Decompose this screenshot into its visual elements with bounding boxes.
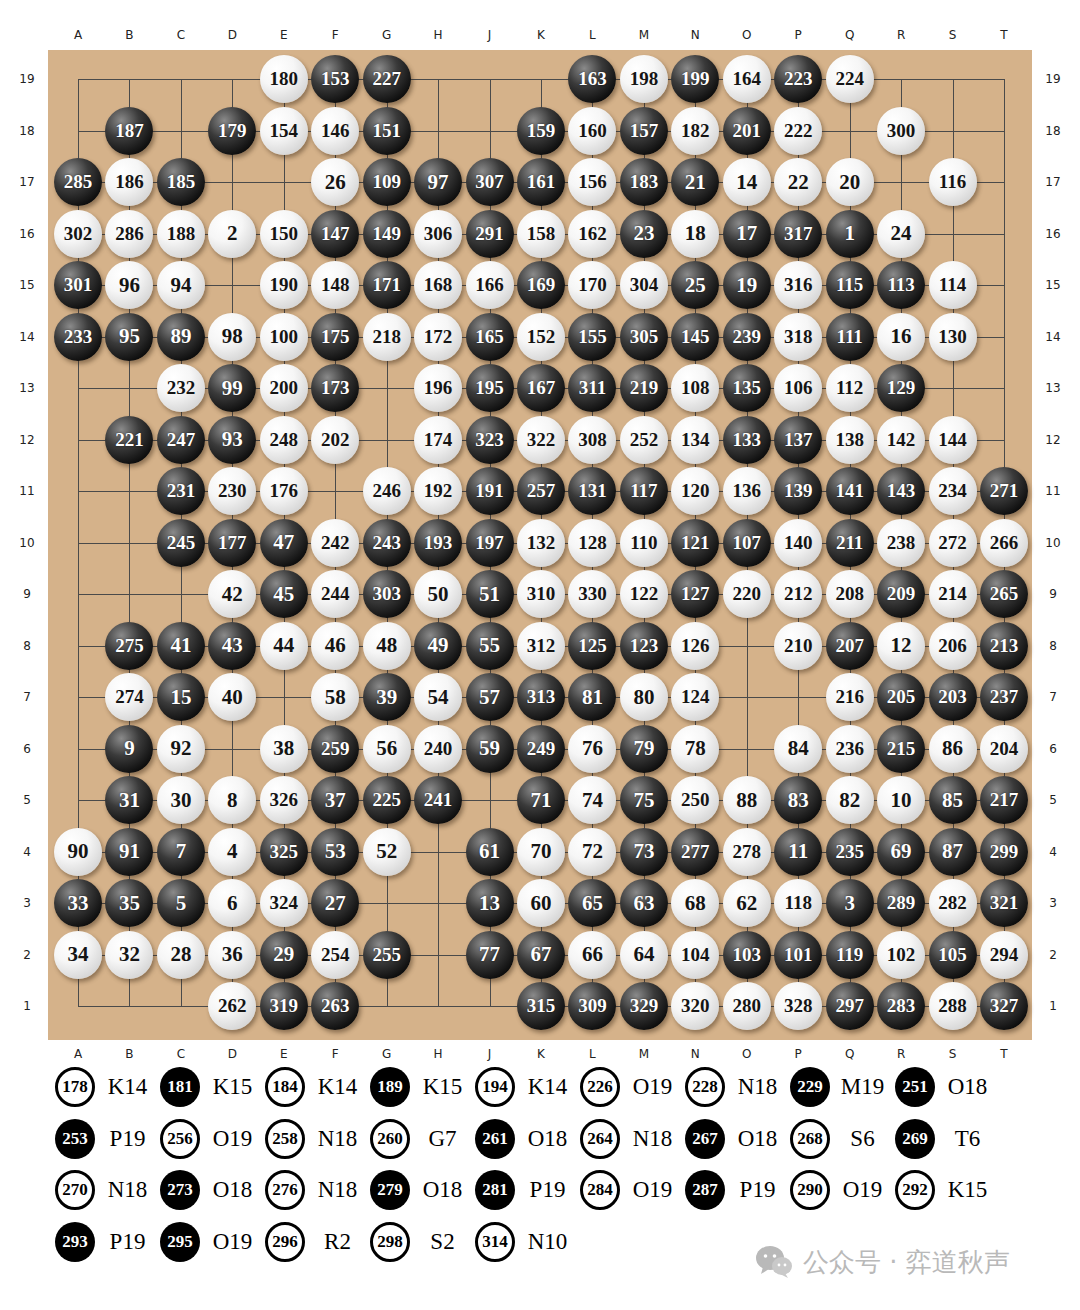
stone-P14: 318 xyxy=(774,313,822,361)
stone-K2: 67 xyxy=(517,931,565,979)
stone-H8: 49 xyxy=(414,622,462,670)
stone-L4: 72 xyxy=(568,828,616,876)
stone-M14: 305 xyxy=(620,313,668,361)
stone-R15: 113 xyxy=(877,261,925,309)
caption-stone-290: 290 xyxy=(790,1170,830,1210)
caption-stone-292: 292 xyxy=(895,1170,935,1210)
col-label-top-F: F xyxy=(323,28,347,42)
stone-P13: 106 xyxy=(774,364,822,412)
row-label-right-12: 12 xyxy=(1041,433,1065,447)
stone-O17: 14 xyxy=(723,158,771,206)
stone-E18: 154 xyxy=(260,107,308,155)
caption-coord-279: O18 xyxy=(410,1177,475,1203)
col-label-bottom-R: R xyxy=(889,1047,913,1061)
col-label-bottom-A: A xyxy=(66,1047,90,1061)
stone-R14: 16 xyxy=(877,313,925,361)
stone-T11: 271 xyxy=(980,467,1028,515)
stone-C14: 89 xyxy=(157,313,205,361)
stone-N19: 199 xyxy=(671,55,719,103)
caption-entry-268: 268S6 xyxy=(790,1117,895,1161)
stone-M2: 64 xyxy=(620,931,668,979)
caption-entry-273: 273O18 xyxy=(160,1168,265,1212)
stone-P4: 11 xyxy=(774,828,822,876)
stone-F4: 53 xyxy=(311,828,359,876)
stone-O1: 280 xyxy=(723,982,771,1030)
stone-D14: 98 xyxy=(208,313,256,361)
stone-A17: 285 xyxy=(54,158,102,206)
stone-H13: 196 xyxy=(414,364,462,412)
stone-C16: 188 xyxy=(157,210,205,258)
stone-E8: 44 xyxy=(260,622,308,670)
grid-cell xyxy=(78,491,129,543)
stone-T4: 299 xyxy=(980,828,1028,876)
stone-S8: 206 xyxy=(929,622,977,670)
stone-P17: 22 xyxy=(774,158,822,206)
stone-N12: 134 xyxy=(671,416,719,464)
caption-entry-251: 251O18 xyxy=(895,1065,1000,1109)
caption-coord-194: K14 xyxy=(515,1074,580,1100)
stone-H5: 241 xyxy=(414,776,462,824)
stone-F7: 58 xyxy=(311,673,359,721)
row-label-left-17: 17 xyxy=(15,175,39,189)
row-label-right-9: 9 xyxy=(1041,587,1065,601)
stone-E19: 180 xyxy=(260,55,308,103)
stone-S11: 234 xyxy=(929,467,977,515)
stone-D11: 230 xyxy=(208,467,256,515)
stone-M6: 79 xyxy=(620,725,668,773)
caption-entry-281: 281P19 xyxy=(475,1168,580,1212)
stone-C6: 92 xyxy=(157,725,205,773)
stone-E1: 319 xyxy=(260,982,308,1030)
caption-coord-284: O19 xyxy=(620,1177,685,1203)
stone-S9: 214 xyxy=(929,570,977,618)
stone-A3: 33 xyxy=(54,879,102,927)
caption-entry-264: 264N18 xyxy=(580,1117,685,1161)
caption-entry-293: 293P19 xyxy=(55,1220,160,1264)
stone-P5: 83 xyxy=(774,776,822,824)
caption-stone-279: 279 xyxy=(370,1170,410,1210)
caption-entry-178: 178K14 xyxy=(55,1065,160,1109)
stone-O14: 239 xyxy=(723,313,771,361)
stone-K11: 257 xyxy=(517,467,565,515)
stone-J15: 166 xyxy=(466,261,514,309)
caption-stone-260: 260 xyxy=(370,1119,410,1159)
caption-entry-269: 269T6 xyxy=(895,1117,1000,1161)
stone-F3: 27 xyxy=(311,879,359,927)
stone-H17: 97 xyxy=(414,158,462,206)
col-label-top-N: N xyxy=(683,28,707,42)
col-label-bottom-B: B xyxy=(117,1047,141,1061)
stone-N6: 78 xyxy=(671,725,719,773)
stone-O3: 62 xyxy=(723,879,771,927)
caption-stone-189: 189 xyxy=(370,1067,410,1107)
stone-L14: 155 xyxy=(568,313,616,361)
caption-stone-281: 281 xyxy=(475,1170,515,1210)
stone-C12: 247 xyxy=(157,416,205,464)
caption-stone-298: 298 xyxy=(370,1222,410,1262)
stone-Q10: 211 xyxy=(826,519,874,567)
stone-E4: 325 xyxy=(260,828,308,876)
row-label-right-10: 10 xyxy=(1041,536,1065,550)
col-label-bottom-N: N xyxy=(683,1047,707,1061)
stone-K9: 310 xyxy=(517,570,565,618)
caption-stone-258: 258 xyxy=(265,1119,305,1159)
stone-N5: 250 xyxy=(671,776,719,824)
stone-N4: 277 xyxy=(671,828,719,876)
stone-C13: 232 xyxy=(157,364,205,412)
col-label-bottom-G: G xyxy=(375,1047,399,1061)
stone-G5: 225 xyxy=(363,776,411,824)
col-label-top-A: A xyxy=(66,28,90,42)
caption-coord-296: R2 xyxy=(305,1229,370,1255)
stone-T2: 294 xyxy=(980,931,1028,979)
stone-F12: 202 xyxy=(311,416,359,464)
stone-O2: 103 xyxy=(723,931,771,979)
grid-cell xyxy=(78,543,129,595)
stone-J8: 55 xyxy=(466,622,514,670)
stone-S2: 105 xyxy=(929,931,977,979)
stone-N15: 25 xyxy=(671,261,719,309)
stone-D8: 43 xyxy=(208,622,256,670)
row-label-left-12: 12 xyxy=(15,433,39,447)
stone-E5: 326 xyxy=(260,776,308,824)
caption-stone-268: 268 xyxy=(790,1119,830,1159)
stone-F14: 175 xyxy=(311,313,359,361)
stone-D5: 8 xyxy=(208,776,256,824)
stone-T5: 217 xyxy=(980,776,1028,824)
stone-S12: 144 xyxy=(929,416,977,464)
row-label-left-15: 15 xyxy=(15,278,39,292)
stone-S14: 130 xyxy=(929,313,977,361)
row-label-left-1: 1 xyxy=(15,999,39,1013)
row-label-right-19: 19 xyxy=(1041,72,1065,86)
stone-M19: 198 xyxy=(620,55,668,103)
stone-K6: 249 xyxy=(517,725,565,773)
stone-O4: 278 xyxy=(723,828,771,876)
stone-O19: 164 xyxy=(723,55,771,103)
caption-stone-256: 256 xyxy=(160,1119,200,1159)
stone-K5: 71 xyxy=(517,776,565,824)
col-label-top-B: B xyxy=(117,28,141,42)
row-label-right-13: 13 xyxy=(1041,381,1065,395)
stone-M7: 80 xyxy=(620,673,668,721)
stone-C8: 41 xyxy=(157,622,205,670)
stone-D13: 99 xyxy=(208,364,256,412)
stone-R1: 283 xyxy=(877,982,925,1030)
stone-O10: 107 xyxy=(723,519,771,567)
caption-row-3: 270N18273O18276N18279O18281P19284O19287P… xyxy=(55,1168,1000,1212)
stone-D1: 262 xyxy=(208,982,256,1030)
caption-entry-189: 189K15 xyxy=(370,1065,475,1109)
caption-stone-184: 184 xyxy=(265,1067,305,1107)
row-label-right-8: 8 xyxy=(1041,639,1065,653)
caption-coord-260: G7 xyxy=(410,1126,475,1152)
stone-B16: 286 xyxy=(105,210,153,258)
stone-R12: 142 xyxy=(877,416,925,464)
col-label-top-K: K xyxy=(529,28,553,42)
stone-L2: 66 xyxy=(568,931,616,979)
stone-D10: 177 xyxy=(208,519,256,567)
row-label-left-10: 10 xyxy=(15,536,39,550)
stone-O12: 133 xyxy=(723,416,771,464)
stone-G10: 243 xyxy=(363,519,411,567)
stone-S4: 87 xyxy=(929,828,977,876)
col-label-bottom-F: F xyxy=(323,1047,347,1061)
stone-N14: 145 xyxy=(671,313,719,361)
row-label-left-19: 19 xyxy=(15,72,39,86)
stone-T7: 237 xyxy=(980,673,1028,721)
stone-K1: 315 xyxy=(517,982,565,1030)
caption-stone-251: 251 xyxy=(895,1067,935,1107)
caption-entry-256: 256O19 xyxy=(160,1117,265,1161)
stone-M13: 219 xyxy=(620,364,668,412)
grid-cell xyxy=(953,79,1004,131)
caption-row-1: 178K14181K15184K14189K15194K14226O19228N… xyxy=(55,1065,1000,1109)
row-label-right-3: 3 xyxy=(1041,896,1065,910)
caption-row-2: 253P19256O19258N18260G7261O18264N18267O1… xyxy=(55,1117,1000,1161)
row-label-right-17: 17 xyxy=(1041,175,1065,189)
col-label-bottom-Q: Q xyxy=(838,1047,862,1061)
col-label-bottom-O: O xyxy=(735,1047,759,1061)
stone-H15: 168 xyxy=(414,261,462,309)
stone-A4: 90 xyxy=(54,828,102,876)
stone-S15: 114 xyxy=(929,261,977,309)
stone-R16: 24 xyxy=(877,210,925,258)
col-label-top-E: E xyxy=(272,28,296,42)
stone-H10: 193 xyxy=(414,519,462,567)
stone-G7: 39 xyxy=(363,673,411,721)
stone-C10: 245 xyxy=(157,519,205,567)
stone-Q1: 297 xyxy=(826,982,874,1030)
stone-T10: 266 xyxy=(980,519,1028,567)
col-label-bottom-C: C xyxy=(169,1047,193,1061)
watermark-text: 公众号 · 弈道秋声 xyxy=(803,1245,1010,1280)
caption-coord-228: N18 xyxy=(725,1074,790,1100)
row-label-left-14: 14 xyxy=(15,330,39,344)
col-label-top-R: R xyxy=(889,28,913,42)
stone-R9: 209 xyxy=(877,570,925,618)
row-label-right-15: 15 xyxy=(1041,278,1065,292)
caption-entry-229: 229M19 xyxy=(790,1065,895,1109)
stone-P11: 139 xyxy=(774,467,822,515)
stone-E14: 100 xyxy=(260,313,308,361)
stone-D16: 2 xyxy=(208,210,256,258)
stone-F13: 173 xyxy=(311,364,359,412)
row-label-left-18: 18 xyxy=(15,124,39,138)
row-label-right-7: 7 xyxy=(1041,690,1065,704)
caption-stone-264: 264 xyxy=(580,1119,620,1159)
row-label-right-18: 18 xyxy=(1041,124,1065,138)
stone-F19: 153 xyxy=(311,55,359,103)
caption-stone-194: 194 xyxy=(475,1067,515,1107)
stone-P8: 210 xyxy=(774,622,822,670)
stone-G2: 255 xyxy=(363,931,411,979)
caption-entry-253: 253P19 xyxy=(55,1117,160,1161)
caption-entry-270: 270N18 xyxy=(55,1168,160,1212)
stone-J17: 307 xyxy=(466,158,514,206)
row-label-left-2: 2 xyxy=(15,948,39,962)
caption-entry-292: 292K15 xyxy=(895,1168,1000,1212)
stone-S7: 203 xyxy=(929,673,977,721)
col-label-bottom-K: K xyxy=(529,1047,553,1061)
caption-stone-276: 276 xyxy=(265,1170,305,1210)
stone-R8: 12 xyxy=(877,622,925,670)
stone-L16: 162 xyxy=(568,210,616,258)
col-label-top-J: J xyxy=(478,28,502,42)
stone-R6: 215 xyxy=(877,725,925,773)
caption-coord-251: O18 xyxy=(935,1074,1000,1100)
caption-coord-253: P19 xyxy=(95,1126,160,1152)
stone-N18: 182 xyxy=(671,107,719,155)
caption-entry-228: 228N18 xyxy=(685,1065,790,1109)
stone-J3: 13 xyxy=(466,879,514,927)
stone-M11: 117 xyxy=(620,467,668,515)
caption-entry-296: 296R2 xyxy=(265,1220,370,1264)
stone-E10: 47 xyxy=(260,519,308,567)
caption-coord-226: O19 xyxy=(620,1074,685,1100)
stone-C3: 5 xyxy=(157,879,205,927)
caption-coord-298: S2 xyxy=(410,1229,475,1255)
caption-coord-269: T6 xyxy=(935,1126,1000,1152)
stone-P12: 137 xyxy=(774,416,822,464)
stone-M3: 63 xyxy=(620,879,668,927)
stone-Q2: 119 xyxy=(826,931,874,979)
col-label-bottom-J: J xyxy=(478,1047,502,1061)
stone-J7: 57 xyxy=(466,673,514,721)
caption-entry-194: 194K14 xyxy=(475,1065,580,1109)
stone-E9: 45 xyxy=(260,570,308,618)
stone-E2: 29 xyxy=(260,931,308,979)
row-label-left-7: 7 xyxy=(15,690,39,704)
caption-coord-267: O18 xyxy=(725,1126,790,1152)
row-label-left-5: 5 xyxy=(15,793,39,807)
row-label-right-5: 5 xyxy=(1041,793,1065,807)
stone-G11: 246 xyxy=(363,467,411,515)
caption-row-4: 293P19295O19296R2298S2314N10 xyxy=(55,1220,580,1264)
caption-coord-184: K14 xyxy=(305,1074,370,1100)
caption-entry-260: 260G7 xyxy=(370,1117,475,1161)
stone-A16: 302 xyxy=(54,210,102,258)
col-label-bottom-L: L xyxy=(580,1047,604,1061)
stone-F6: 259 xyxy=(311,725,359,773)
stone-N3: 68 xyxy=(671,879,719,927)
stone-H9: 50 xyxy=(414,570,462,618)
wechat-icon xyxy=(755,1245,793,1279)
stone-Q15: 115 xyxy=(826,261,874,309)
row-label-right-16: 16 xyxy=(1041,227,1065,241)
caption-stone-284: 284 xyxy=(580,1170,620,1210)
row-label-left-6: 6 xyxy=(15,742,39,756)
stone-R4: 69 xyxy=(877,828,925,876)
caption-coord-273: O18 xyxy=(200,1177,265,1203)
stone-E15: 190 xyxy=(260,261,308,309)
stone-Q11: 141 xyxy=(826,467,874,515)
stone-J13: 195 xyxy=(466,364,514,412)
stone-K3: 60 xyxy=(517,879,565,927)
col-label-bottom-T: T xyxy=(992,1047,1016,1061)
stone-L6: 76 xyxy=(568,725,616,773)
stone-O11: 136 xyxy=(723,467,771,515)
caption-entry-284: 284O19 xyxy=(580,1168,685,1212)
stone-E16: 150 xyxy=(260,210,308,258)
stone-E13: 200 xyxy=(260,364,308,412)
stone-P10: 140 xyxy=(774,519,822,567)
stone-M10: 110 xyxy=(620,519,668,567)
stone-G14: 218 xyxy=(363,313,411,361)
stone-D7: 40 xyxy=(208,673,256,721)
stone-S5: 85 xyxy=(929,776,977,824)
stone-T6: 204 xyxy=(980,725,1028,773)
stone-B8: 275 xyxy=(105,622,153,670)
stone-G4: 52 xyxy=(363,828,411,876)
caption-coord-293: P19 xyxy=(95,1229,160,1255)
stone-C11: 231 xyxy=(157,467,205,515)
stone-S1: 288 xyxy=(929,982,977,1030)
stone-P18: 222 xyxy=(774,107,822,155)
stone-B18: 187 xyxy=(105,107,153,155)
stone-M12: 252 xyxy=(620,416,668,464)
col-label-top-D: D xyxy=(220,28,244,42)
stone-Q12: 138 xyxy=(826,416,874,464)
stone-T8: 213 xyxy=(980,622,1028,670)
stone-J11: 191 xyxy=(466,467,514,515)
col-label-bottom-D: D xyxy=(220,1047,244,1061)
row-label-right-14: 14 xyxy=(1041,330,1065,344)
stone-F1: 263 xyxy=(311,982,359,1030)
col-label-bottom-P: P xyxy=(786,1047,810,1061)
caption-coord-292: K15 xyxy=(935,1177,1000,1203)
stone-Q5: 82 xyxy=(826,776,874,824)
stone-B2: 32 xyxy=(105,931,153,979)
stone-G15: 171 xyxy=(363,261,411,309)
col-label-bottom-E: E xyxy=(272,1047,296,1061)
col-label-top-P: P xyxy=(786,28,810,42)
stone-K12: 322 xyxy=(517,416,565,464)
stone-J9: 51 xyxy=(466,570,514,618)
stone-J14: 165 xyxy=(466,313,514,361)
stone-L18: 160 xyxy=(568,107,616,155)
stone-J6: 59 xyxy=(466,725,514,773)
col-label-bottom-H: H xyxy=(426,1047,450,1061)
caption-entry-226: 226O19 xyxy=(580,1065,685,1109)
stone-L10: 128 xyxy=(568,519,616,567)
caption-stone-253: 253 xyxy=(55,1119,95,1159)
caption-coord-258: N18 xyxy=(305,1126,370,1152)
row-label-left-8: 8 xyxy=(15,639,39,653)
stone-T9: 265 xyxy=(980,570,1028,618)
stone-O15: 19 xyxy=(723,261,771,309)
stone-J12: 323 xyxy=(466,416,514,464)
stone-Q8: 207 xyxy=(826,622,874,670)
stone-F16: 147 xyxy=(311,210,359,258)
stone-P15: 316 xyxy=(774,261,822,309)
stone-T1: 327 xyxy=(980,982,1028,1030)
stone-F18: 146 xyxy=(311,107,359,155)
stone-E6: 38 xyxy=(260,725,308,773)
col-label-top-S: S xyxy=(941,28,965,42)
caption-stone-226: 226 xyxy=(580,1067,620,1107)
caption-coord-314: N10 xyxy=(515,1229,580,1255)
stone-F9: 244 xyxy=(311,570,359,618)
col-label-top-C: C xyxy=(169,28,193,42)
stone-R13: 129 xyxy=(877,364,925,412)
stone-G9: 303 xyxy=(363,570,411,618)
row-label-right-2: 2 xyxy=(1041,948,1065,962)
caption-entry-290: 290O19 xyxy=(790,1168,895,1212)
row-label-right-1: 1 xyxy=(1041,999,1065,1013)
stone-R5: 10 xyxy=(877,776,925,824)
stone-L8: 125 xyxy=(568,622,616,670)
